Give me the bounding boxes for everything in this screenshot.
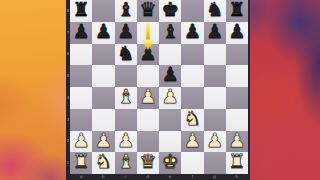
- piece-white-pawn-c2: ♟: [117, 130, 134, 152]
- square-a1: ♜: [70, 152, 92, 174]
- piece-black-pawn-f7: ♟: [184, 21, 201, 43]
- piece-black-pawn-h7: ♟: [228, 21, 245, 43]
- square-b3: [92, 109, 114, 131]
- square-b2: ♟: [92, 131, 114, 153]
- square-g7: ♟: [204, 22, 226, 44]
- square-h5: [226, 65, 248, 87]
- square-c5: [115, 65, 137, 87]
- square-f3: ♞: [181, 109, 203, 131]
- piece-black-rook-h8: ♜: [228, 0, 245, 21]
- square-c1: ♝: [115, 152, 137, 174]
- square-h7: ♟: [226, 22, 248, 44]
- square-e5: ♟: [159, 65, 181, 87]
- piece-black-pawn-d6: ♟: [139, 43, 156, 65]
- piece-white-bishop-c1: ♝: [117, 151, 134, 173]
- square-c4: ♝: [115, 87, 137, 109]
- piece-white-pawn-h2: ♟: [228, 130, 245, 152]
- piece-black-pawn-b7: ♟: [95, 21, 112, 43]
- square-a3: [70, 109, 92, 131]
- file-label-g: g: [204, 174, 226, 180]
- file-labels: abcdefgh: [70, 174, 248, 180]
- square-f1: [181, 152, 203, 174]
- piece-black-pawn-a7: ♟: [72, 21, 89, 43]
- square-g3: [204, 109, 226, 131]
- board-squares: ♜♝♛♚♞♜♟♟♟♝♟♟♟♞♟♟♝♟♟♞♟♟♟♟♟♟♜♞♝♛♚♜: [70, 0, 248, 174]
- square-f8: [181, 0, 203, 22]
- square-a5: [70, 65, 92, 87]
- square-a6: [70, 44, 92, 66]
- square-b8: [92, 0, 114, 22]
- piece-black-pawn-g7: ♟: [206, 21, 223, 43]
- square-e2: [159, 131, 181, 153]
- piece-black-pawn-c7: ♟: [117, 21, 134, 43]
- piece-black-bishop-c8: ♝: [117, 0, 134, 21]
- square-d6: ♟: [137, 44, 159, 66]
- square-e8: ♚: [159, 0, 181, 22]
- square-d3: [137, 109, 159, 131]
- square-c8: ♝: [115, 0, 137, 22]
- square-a8: ♜: [70, 0, 92, 22]
- piece-black-rook-a8: ♜: [72, 0, 89, 21]
- piece-white-king-e1: ♚: [161, 151, 178, 173]
- file-label-f: f: [181, 174, 203, 180]
- square-h1: ♜: [226, 152, 248, 174]
- piece-black-knight-g8: ♞: [206, 0, 223, 21]
- square-d5: [137, 65, 159, 87]
- piece-white-rook-h1: ♜: [228, 151, 245, 173]
- file-label-h: h: [226, 174, 248, 180]
- piece-white-pawn-e4: ♟: [161, 86, 178, 108]
- square-b7: ♟: [92, 22, 114, 44]
- square-d7: [137, 22, 159, 44]
- square-f5: [181, 65, 203, 87]
- square-f2: ♟: [181, 131, 203, 153]
- piece-black-knight-c6: ♞: [117, 43, 134, 65]
- square-d4: ♟: [137, 87, 159, 109]
- chess-board: 87654321 ♜♝♛♚♞♜♟♟♟♝♟♟♟♞♟♟♝♟♟♞♟♟♟♟♟♟♜♞♝♛♚…: [66, 0, 250, 180]
- piece-white-pawn-b2: ♟: [95, 130, 112, 152]
- square-b4: [92, 87, 114, 109]
- square-c7: ♟: [115, 22, 137, 44]
- piece-white-queen-d1: ♛: [139, 151, 156, 173]
- video-frame: 87654321 ♜♝♛♚♞♜♟♟♟♝♟♟♟♞♟♟♝♟♟♞♟♟♟♟♟♟♜♞♝♛♚…: [0, 0, 320, 180]
- square-h3: [226, 109, 248, 131]
- square-a2: ♟: [70, 131, 92, 153]
- square-g8: ♞: [204, 0, 226, 22]
- file-label-c: c: [115, 174, 137, 180]
- square-e7: ♝: [159, 22, 181, 44]
- square-a4: [70, 87, 92, 109]
- piece-white-knight-f3: ♞: [184, 108, 201, 130]
- square-g5: [204, 65, 226, 87]
- square-b6: [92, 44, 114, 66]
- piece-white-bishop-c4: ♝: [117, 86, 134, 108]
- square-h2: ♟: [226, 131, 248, 153]
- tie-dye-background-left: [0, 0, 70, 180]
- file-label-b: b: [92, 174, 114, 180]
- square-h6: [226, 44, 248, 66]
- square-d2: [137, 131, 159, 153]
- file-label-a: a: [70, 174, 92, 180]
- square-c6: ♞: [115, 44, 137, 66]
- square-f7: ♟: [181, 22, 203, 44]
- piece-white-knight-b1: ♞: [95, 151, 112, 173]
- piece-black-queen-d8: ♛: [139, 0, 156, 21]
- square-g4: [204, 87, 226, 109]
- piece-white-pawn-d4: ♟: [139, 86, 156, 108]
- square-g2: ♟: [204, 131, 226, 153]
- square-f6: [181, 44, 203, 66]
- square-e4: ♟: [159, 87, 181, 109]
- square-c2: ♟: [115, 131, 137, 153]
- square-d1: ♛: [137, 152, 159, 174]
- square-f4: [181, 87, 203, 109]
- piece-black-king-e8: ♚: [161, 0, 178, 21]
- piece-white-pawn-a2: ♟: [72, 130, 89, 152]
- square-h4: [226, 87, 248, 109]
- piece-white-pawn-g2: ♟: [206, 130, 223, 152]
- square-e6: [159, 44, 181, 66]
- square-a7: ♟: [70, 22, 92, 44]
- piece-black-pawn-e5: ♟: [161, 64, 178, 86]
- square-c3: [115, 109, 137, 131]
- piece-white-rook-a1: ♜: [72, 151, 89, 173]
- square-e1: ♚: [159, 152, 181, 174]
- square-b5: [92, 65, 114, 87]
- tie-dye-background-right: [248, 0, 320, 180]
- piece-black-bishop-e7: ♝: [161, 21, 178, 43]
- square-g1: [204, 152, 226, 174]
- square-b1: ♞: [92, 152, 114, 174]
- file-label-e: e: [159, 174, 181, 180]
- square-d8: ♛: [137, 0, 159, 22]
- piece-white-pawn-f2: ♟: [184, 130, 201, 152]
- file-label-d: d: [137, 174, 159, 180]
- square-g6: [204, 44, 226, 66]
- square-h8: ♜: [226, 0, 248, 22]
- square-e3: [159, 109, 181, 131]
